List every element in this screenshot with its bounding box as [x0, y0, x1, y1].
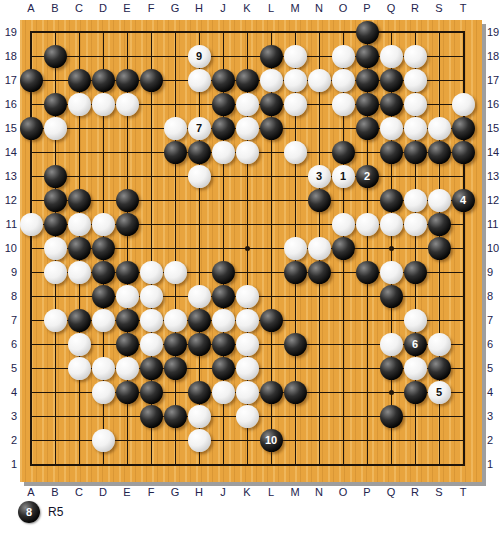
black-stone-R6: 6: [404, 333, 427, 356]
footer-move-number: 8: [26, 507, 32, 518]
column-label-bottom-T: T: [451, 485, 475, 499]
white-stone-O13: 1: [332, 165, 355, 188]
black-stone-P18: [356, 45, 379, 68]
row-label-left-19: 19: [1, 25, 17, 39]
row-label-left-4: 4: [1, 385, 17, 399]
black-stone-T15: [452, 117, 475, 140]
white-stone-H3: [188, 405, 211, 428]
white-stone-R15: [404, 117, 427, 140]
row-label-left-10: 10: [1, 241, 17, 255]
white-stone-R16: [404, 93, 427, 116]
white-stone-G7: [164, 309, 187, 332]
white-stone-H17: [188, 69, 211, 92]
white-stone-Q9: [380, 261, 403, 284]
white-stone-O17: [332, 69, 355, 92]
white-stone-H13: [188, 165, 211, 188]
black-stone-J9: [212, 261, 235, 284]
column-label-bottom-O: O: [331, 485, 355, 499]
white-stone-B9: [44, 261, 67, 284]
stone-move-number: 1: [340, 171, 346, 182]
row-label-right-3: 3: [487, 409, 500, 423]
white-stone-Q15: [380, 117, 403, 140]
black-stone-H4: [188, 381, 211, 404]
white-stone-D2: [92, 429, 115, 452]
row-label-right-14: 14: [487, 145, 500, 159]
column-label-bottom-H: H: [187, 485, 211, 499]
white-stone-G9: [164, 261, 187, 284]
black-stone-D8: [92, 285, 115, 308]
column-label-top-H: H: [187, 1, 211, 15]
go-board[interactable]: 9731246510: [20, 20, 482, 482]
white-stone-B7: [44, 309, 67, 332]
row-label-right-19: 19: [487, 25, 500, 39]
white-stone-K14: [236, 141, 259, 164]
black-stone-T12: 4: [452, 189, 475, 212]
black-stone-G3: [164, 405, 187, 428]
black-stone-P16: [356, 93, 379, 116]
black-stone-E6: [116, 333, 139, 356]
white-stone-S15: [428, 117, 451, 140]
black-stone-L4: [260, 381, 283, 404]
column-label-top-T: T: [451, 1, 475, 15]
black-stone-L16: [260, 93, 283, 116]
row-label-right-9: 9: [487, 265, 500, 279]
black-stone-D17: [92, 69, 115, 92]
white-stone-S6: [428, 333, 451, 356]
black-stone-H7: [188, 309, 211, 332]
row-label-right-1: 1: [487, 457, 500, 471]
white-stone-S4: 5: [428, 381, 451, 404]
white-stone-K5: [236, 357, 259, 380]
stone-move-number: 2: [364, 171, 370, 182]
column-label-top-K: K: [235, 1, 259, 15]
white-stone-M17: [284, 69, 307, 92]
column-label-bottom-F: F: [139, 485, 163, 499]
white-stone-D7: [92, 309, 115, 332]
black-stone-N9: [308, 261, 331, 284]
column-label-bottom-C: C: [67, 485, 91, 499]
black-stone-L7: [260, 309, 283, 332]
white-stone-F9: [140, 261, 163, 284]
black-stone-K17: [236, 69, 259, 92]
hoshi-point: [389, 246, 394, 251]
white-stone-R11: [404, 213, 427, 236]
column-label-bottom-A: A: [19, 485, 43, 499]
black-stone-E7: [116, 309, 139, 332]
column-label-top-F: F: [139, 1, 163, 15]
white-stone-J14: [212, 141, 235, 164]
black-stone-C17: [68, 69, 91, 92]
white-stone-C6: [68, 333, 91, 356]
white-stone-C16: [68, 93, 91, 116]
white-stone-D11: [92, 213, 115, 236]
black-stone-S14: [428, 141, 451, 164]
white-stone-R18: [404, 45, 427, 68]
column-label-top-G: G: [163, 1, 187, 15]
white-stone-P11: [356, 213, 379, 236]
black-stone-P15: [356, 117, 379, 140]
column-label-bottom-R: R: [403, 485, 427, 499]
row-label-left-8: 8: [1, 289, 17, 303]
black-stone-O14: [332, 141, 355, 164]
go-kifu-diagram: 9731246510 AABBCCDDEEFFGGHHJJKKLLMMNNOOP…: [0, 0, 500, 537]
row-label-right-16: 16: [487, 97, 500, 111]
row-label-right-13: 13: [487, 169, 500, 183]
black-stone-Q12: [380, 189, 403, 212]
black-stone-G6: [164, 333, 187, 356]
white-stone-M16: [284, 93, 307, 116]
white-stone-T16: [452, 93, 475, 116]
white-stone-O18: [332, 45, 355, 68]
white-stone-M14: [284, 141, 307, 164]
column-label-bottom-J: J: [211, 485, 235, 499]
column-label-bottom-P: P: [355, 485, 379, 499]
column-label-bottom-D: D: [91, 485, 115, 499]
stone-move-number: 4: [460, 195, 466, 206]
column-label-bottom-N: N: [307, 485, 331, 499]
black-stone-O10: [332, 237, 355, 260]
column-label-top-J: J: [211, 1, 235, 15]
black-stone-Q8: [380, 285, 403, 308]
white-stone-C9: [68, 261, 91, 284]
column-label-bottom-L: L: [259, 485, 283, 499]
black-stone-R9: [404, 261, 427, 284]
black-stone-D9: [92, 261, 115, 284]
black-stone-P17: [356, 69, 379, 92]
white-stone-E5: [116, 357, 139, 380]
row-label-left-2: 2: [1, 433, 17, 447]
white-stone-F8: [140, 285, 163, 308]
white-stone-A11: [20, 213, 43, 236]
column-label-top-O: O: [331, 1, 355, 15]
white-stone-O11: [332, 213, 355, 236]
stone-move-number: 9: [196, 51, 202, 62]
black-stone-P9: [356, 261, 379, 284]
black-stone-M6: [284, 333, 307, 356]
column-label-top-B: B: [43, 1, 67, 15]
black-stone-H6: [188, 333, 211, 356]
black-stone-Q3: [380, 405, 403, 428]
black-stone-E9: [116, 261, 139, 284]
black-stone-G14: [164, 141, 187, 164]
white-stone-J4: [212, 381, 235, 404]
black-stone-S5: [428, 357, 451, 380]
black-stone-Q16: [380, 93, 403, 116]
white-stone-D4: [92, 381, 115, 404]
row-label-right-6: 6: [487, 337, 500, 351]
footer-move-location: R5: [48, 505, 63, 519]
black-stone-M9: [284, 261, 307, 284]
row-label-right-2: 2: [487, 433, 500, 447]
column-label-top-S: S: [427, 1, 451, 15]
black-stone-B16: [44, 93, 67, 116]
black-stone-B12: [44, 189, 67, 212]
white-stone-F6: [140, 333, 163, 356]
hoshi-point: [389, 390, 394, 395]
black-stone-B11: [44, 213, 67, 236]
black-stone-F5: [140, 357, 163, 380]
black-stone-F3: [140, 405, 163, 428]
column-label-bottom-K: K: [235, 485, 259, 499]
black-stone-F4: [140, 381, 163, 404]
black-stone-P19: [356, 21, 379, 44]
white-stone-R12: [404, 189, 427, 212]
black-stone-S11: [428, 213, 451, 236]
white-stone-N10: [308, 237, 331, 260]
row-label-left-15: 15: [1, 121, 17, 135]
white-stone-S12: [428, 189, 451, 212]
black-stone-Q14: [380, 141, 403, 164]
black-stone-J16: [212, 93, 235, 116]
black-stone-E12: [116, 189, 139, 212]
row-label-right-11: 11: [487, 217, 500, 231]
white-stone-K4: [236, 381, 259, 404]
black-stone-M4: [284, 381, 307, 404]
stone-move-number: 10: [265, 435, 277, 446]
column-label-bottom-M: M: [283, 485, 307, 499]
black-stone-E17: [116, 69, 139, 92]
white-stone-K3: [236, 405, 259, 428]
white-stone-H15: 7: [188, 117, 211, 140]
white-stone-M10: [284, 237, 307, 260]
white-stone-B10: [44, 237, 67, 260]
column-label-top-M: M: [283, 1, 307, 15]
white-stone-J7: [212, 309, 235, 332]
white-stone-H8: [188, 285, 211, 308]
white-stone-K16: [236, 93, 259, 116]
row-label-right-4: 4: [487, 385, 500, 399]
stone-move-number: 3: [316, 171, 322, 182]
black-stone-J6: [212, 333, 235, 356]
row-label-right-10: 10: [487, 241, 500, 255]
row-label-right-17: 17: [487, 73, 500, 87]
footer-move-stone: 8: [18, 501, 40, 523]
row-label-right-7: 7: [487, 313, 500, 327]
row-label-left-1: 1: [1, 457, 17, 471]
row-label-left-12: 12: [1, 193, 17, 207]
white-stone-R17: [404, 69, 427, 92]
row-label-left-18: 18: [1, 49, 17, 63]
black-stone-P13: 2: [356, 165, 379, 188]
black-stone-D10: [92, 237, 115, 260]
black-stone-Q17: [380, 69, 403, 92]
black-stone-G5: [164, 357, 187, 380]
white-stone-N13: 3: [308, 165, 331, 188]
black-stone-L2: 10: [260, 429, 283, 452]
stone-move-number: 6: [412, 339, 418, 350]
white-stone-E8: [116, 285, 139, 308]
stone-move-number: 7: [196, 123, 202, 134]
row-label-left-5: 5: [1, 361, 17, 375]
row-label-right-18: 18: [487, 49, 500, 63]
column-label-top-Q: Q: [379, 1, 403, 15]
column-label-top-R: R: [403, 1, 427, 15]
black-stone-R14: [404, 141, 427, 164]
white-stone-B15: [44, 117, 67, 140]
white-stone-N17: [308, 69, 331, 92]
column-label-top-N: N: [307, 1, 331, 15]
white-stone-K7: [236, 309, 259, 332]
black-stone-Q5: [380, 357, 403, 380]
black-stone-E11: [116, 213, 139, 236]
row-label-left-17: 17: [1, 73, 17, 87]
black-stone-C10: [68, 237, 91, 260]
column-label-top-C: C: [67, 1, 91, 15]
stone-move-number: 5: [436, 387, 442, 398]
black-stone-J8: [212, 285, 235, 308]
white-stone-O16: [332, 93, 355, 116]
black-stone-S10: [428, 237, 451, 260]
row-label-right-12: 12: [487, 193, 500, 207]
black-stone-C7: [68, 309, 91, 332]
black-stone-T14: [452, 141, 475, 164]
white-stone-D16: [92, 93, 115, 116]
black-stone-A15: [20, 117, 43, 140]
row-label-left-11: 11: [1, 217, 17, 231]
black-stone-C12: [68, 189, 91, 212]
black-stone-L15: [260, 117, 283, 140]
column-label-top-E: E: [115, 1, 139, 15]
row-label-left-7: 7: [1, 313, 17, 327]
row-label-left-6: 6: [1, 337, 17, 351]
black-stone-J15: [212, 117, 235, 140]
column-label-top-P: P: [355, 1, 379, 15]
white-stone-R5: [404, 357, 427, 380]
column-label-bottom-E: E: [115, 485, 139, 499]
white-stone-K15: [236, 117, 259, 140]
black-stone-B18: [44, 45, 67, 68]
black-stone-J5: [212, 357, 235, 380]
column-label-top-A: A: [19, 1, 43, 15]
white-stone-G15: [164, 117, 187, 140]
white-stone-C5: [68, 357, 91, 380]
white-stone-R7: [404, 309, 427, 332]
black-stone-E4: [116, 381, 139, 404]
white-stone-K6: [236, 333, 259, 356]
column-label-bottom-S: S: [427, 485, 451, 499]
row-label-left-3: 3: [1, 409, 17, 423]
column-label-bottom-G: G: [163, 485, 187, 499]
column-label-top-D: D: [91, 1, 115, 15]
row-label-left-14: 14: [1, 145, 17, 159]
black-stone-B13: [44, 165, 67, 188]
white-stone-Q6: [380, 333, 403, 356]
black-stone-H14: [188, 141, 211, 164]
white-stone-Q11: [380, 213, 403, 236]
row-label-right-15: 15: [487, 121, 500, 135]
white-stone-D5: [92, 357, 115, 380]
row-label-left-16: 16: [1, 97, 17, 111]
row-label-right-5: 5: [487, 361, 500, 375]
black-stone-A17: [20, 69, 43, 92]
black-stone-N12: [308, 189, 331, 212]
white-stone-F7: [140, 309, 163, 332]
white-stone-K8: [236, 285, 259, 308]
white-stone-Q18: [380, 45, 403, 68]
white-stone-C11: [68, 213, 91, 236]
row-label-right-8: 8: [487, 289, 500, 303]
black-stone-J17: [212, 69, 235, 92]
column-label-bottom-Q: Q: [379, 485, 403, 499]
footer-annotation: 8 R5: [18, 500, 63, 524]
white-stone-E16: [116, 93, 139, 116]
white-stone-M18: [284, 45, 307, 68]
white-stone-L17: [260, 69, 283, 92]
white-stone-H18: 9: [188, 45, 211, 68]
row-label-left-9: 9: [1, 265, 17, 279]
hoshi-point: [245, 246, 250, 251]
black-stone-L18: [260, 45, 283, 68]
black-stone-F17: [140, 69, 163, 92]
column-label-bottom-B: B: [43, 485, 67, 499]
black-stone-R4: [404, 381, 427, 404]
white-stone-H2: [188, 429, 211, 452]
row-label-left-13: 13: [1, 169, 17, 183]
column-label-top-L: L: [259, 1, 283, 15]
